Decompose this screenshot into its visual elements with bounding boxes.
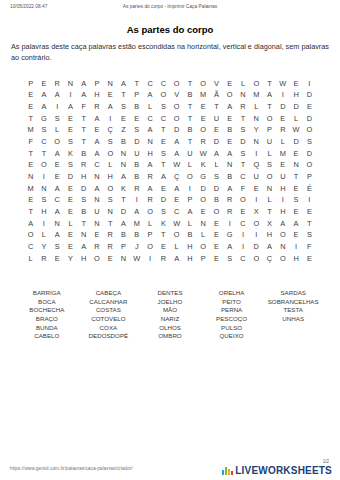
grid-cell[interactable]: A <box>77 241 90 253</box>
grid-cell[interactable]: T <box>263 77 276 89</box>
grid-cell[interactable]: M <box>197 89 210 101</box>
grid-cell[interactable]: E <box>90 229 103 241</box>
grid-cell[interactable]: E <box>276 112 289 124</box>
grid-cell[interactable]: D <box>236 136 249 148</box>
grid-cell[interactable]: L <box>183 159 196 171</box>
grid-cell[interactable]: C <box>236 171 249 183</box>
grid-cell[interactable]: L <box>37 229 50 241</box>
grid-cell[interactable]: A <box>37 89 50 101</box>
grid-cell[interactable]: S <box>51 241 64 253</box>
grid-cell[interactable]: P <box>117 241 130 253</box>
grid-cell[interactable]: O <box>250 217 263 229</box>
grid-cell[interactable]: A <box>143 124 156 136</box>
grid-cell[interactable]: Y <box>37 241 50 253</box>
grid-cell[interactable]: F <box>303 241 316 253</box>
grid-cell[interactable]: O <box>51 136 64 148</box>
grid-cell[interactable]: O <box>303 159 316 171</box>
grid-cell[interactable]: U <box>276 171 289 183</box>
grid-cell[interactable]: O <box>303 124 316 136</box>
grid-cell[interactable]: A <box>170 136 183 148</box>
grid-cell[interactable]: R <box>143 194 156 206</box>
grid-cell[interactable]: I <box>250 229 263 241</box>
grid-cell[interactable]: P <box>263 124 276 136</box>
grid-cell[interactable]: F <box>77 101 90 113</box>
grid-cell[interactable]: C <box>236 217 249 229</box>
grid-cell[interactable]: T <box>157 124 170 136</box>
grid-cell[interactable]: T <box>24 147 37 159</box>
grid-cell[interactable]: E <box>210 241 223 253</box>
grid-cell[interactable]: E <box>24 159 37 171</box>
grid-cell[interactable]: Q <box>250 159 263 171</box>
grid-cell[interactable]: R <box>90 241 103 253</box>
grid-cell[interactable]: E <box>210 252 223 264</box>
grid-cell[interactable]: A <box>143 159 156 171</box>
grid-cell[interactable]: T <box>24 112 37 124</box>
grid-cell[interactable]: H <box>143 147 156 159</box>
grid-cell[interactable]: C <box>90 159 103 171</box>
grid-cell[interactable]: A <box>51 182 64 194</box>
grid-cell[interactable]: Ç <box>104 124 117 136</box>
grid-cell[interactable]: W <box>130 252 143 264</box>
grid-cell[interactable]: D <box>170 124 183 136</box>
grid-cell[interactable]: B <box>223 124 236 136</box>
grid-cell[interactable]: A <box>37 101 50 113</box>
grid-cell[interactable]: S <box>51 112 64 124</box>
grid-cell[interactable]: S <box>104 136 117 148</box>
grid-cell[interactable]: A <box>90 112 103 124</box>
grid-cell[interactable]: L <box>197 229 210 241</box>
grid-cell[interactable]: S <box>37 124 50 136</box>
grid-cell[interactable]: A <box>210 147 223 159</box>
grid-cell[interactable]: A <box>170 252 183 264</box>
grid-cell[interactable]: T <box>77 217 90 229</box>
grid-cell[interactable]: E <box>223 77 236 89</box>
grid-cell[interactable]: S <box>130 124 143 136</box>
grid-cell[interactable]: L <box>51 124 64 136</box>
grid-cell[interactable]: D <box>210 136 223 148</box>
grid-cell[interactable]: S <box>223 252 236 264</box>
grid-cell[interactable]: E <box>197 112 210 124</box>
grid-cell[interactable]: C <box>157 112 170 124</box>
grid-cell[interactable]: L <box>210 159 223 171</box>
grid-cell[interactable]: O <box>236 194 249 206</box>
grid-cell[interactable]: I <box>303 194 316 206</box>
grid-cell[interactable]: R <box>37 252 50 264</box>
grid-cell[interactable]: U <box>183 147 196 159</box>
grid-cell[interactable]: M <box>24 124 37 136</box>
grid-cell[interactable]: X <box>250 206 263 218</box>
grid-cell[interactable]: H <box>183 241 196 253</box>
grid-cell[interactable]: E <box>289 206 302 218</box>
grid-cell[interactable]: D <box>157 194 170 206</box>
grid-cell[interactable]: E <box>197 101 210 113</box>
grid-cell[interactable]: A <box>77 89 90 101</box>
grid-cell[interactable]: P <box>24 77 37 89</box>
grid-cell[interactable]: E <box>223 136 236 148</box>
grid-cell[interactable]: A <box>223 241 236 253</box>
grid-cell[interactable]: S <box>263 159 276 171</box>
grid-cell[interactable]: H <box>90 89 103 101</box>
grid-cell[interactable]: L <box>143 217 156 229</box>
grid-cell[interactable]: E <box>210 217 223 229</box>
grid-cell[interactable]: N <box>263 182 276 194</box>
grid-cell[interactable]: O <box>143 241 156 253</box>
grid-cell[interactable]: B <box>117 136 130 148</box>
grid-cell[interactable]: E <box>170 194 183 206</box>
grid-cell[interactable]: D <box>250 241 263 253</box>
grid-cell[interactable]: B <box>77 206 90 218</box>
grid-cell[interactable]: P <box>197 252 210 264</box>
grid-cell[interactable]: E <box>117 112 130 124</box>
grid-cell[interactable]: O <box>197 194 210 206</box>
grid-cell[interactable]: A <box>170 147 183 159</box>
grid-cell[interactable]: T <box>183 101 196 113</box>
grid-cell[interactable]: L <box>263 147 276 159</box>
grid-cell[interactable]: I <box>236 229 249 241</box>
grid-cell[interactable]: N <box>197 217 210 229</box>
grid-cell[interactable]: T <box>263 101 276 113</box>
grid-cell[interactable]: N <box>250 112 263 124</box>
grid-cell[interactable]: O <box>276 229 289 241</box>
grid-cell[interactable]: H <box>289 89 302 101</box>
grid-cell[interactable]: N <box>90 194 103 206</box>
grid-cell[interactable]: L <box>183 217 196 229</box>
grid-cell[interactable]: N <box>289 159 302 171</box>
grid-cell[interactable]: O <box>223 89 236 101</box>
grid-cell[interactable]: N <box>236 89 249 101</box>
grid-cell[interactable]: V <box>210 77 223 89</box>
grid-cell[interactable]: B <box>117 229 130 241</box>
grid-cell[interactable]: E <box>64 112 77 124</box>
grid-cell[interactable]: E <box>303 101 316 113</box>
grid-cell[interactable]: O <box>250 252 263 264</box>
grid-cell[interactable]: N <box>90 217 103 229</box>
grid-cell[interactable]: E <box>289 147 302 159</box>
grid-cell[interactable]: A <box>90 136 103 148</box>
grid-cell[interactable]: T <box>37 147 50 159</box>
grid-cell[interactable]: T <box>236 112 249 124</box>
grid-cell[interactable]: K <box>157 217 170 229</box>
grid-cell[interactable]: O <box>210 206 223 218</box>
grid-cell[interactable]: E <box>51 252 64 264</box>
grid-cell[interactable]: A <box>117 77 130 89</box>
grid-cell[interactable]: O <box>197 241 210 253</box>
grid-cell[interactable]: R <box>130 182 143 194</box>
grid-cell[interactable]: L <box>143 101 156 113</box>
grid-cell[interactable]: I <box>143 252 156 264</box>
grid-cell[interactable]: B <box>77 147 90 159</box>
grid-cell[interactable]: E <box>303 252 316 264</box>
grid-cell[interactable]: U <box>210 112 223 124</box>
grid-cell[interactable]: E <box>64 241 77 253</box>
grid-cell[interactable]: B <box>223 171 236 183</box>
grid-cell[interactable]: S <box>289 194 302 206</box>
grid-cell[interactable]: A <box>24 217 37 229</box>
grid-cell[interactable]: R <box>197 136 210 148</box>
grid-cell[interactable]: T <box>77 136 90 148</box>
grid-cell[interactable]: D <box>303 147 316 159</box>
grid-cell[interactable]: E <box>64 229 77 241</box>
grid-cell[interactable]: I <box>303 77 316 89</box>
grid-cell[interactable]: L <box>276 136 289 148</box>
grid-cell[interactable]: S <box>236 147 249 159</box>
grid-cell[interactable]: V <box>170 89 183 101</box>
grid-cell[interactable]: T <box>183 112 196 124</box>
grid-cell[interactable]: E <box>104 252 117 264</box>
grid-cell[interactable]: O <box>90 252 103 264</box>
grid-cell[interactable]: I <box>223 217 236 229</box>
grid-cell[interactable]: H <box>276 206 289 218</box>
grid-cell[interactable]: L <box>64 217 77 229</box>
grid-cell[interactable]: N <box>90 171 103 183</box>
grid-cell[interactable]: D <box>77 182 90 194</box>
grid-cell[interactable]: D <box>289 136 302 148</box>
grid-cell[interactable]: I <box>104 112 117 124</box>
grid-cell[interactable]: E <box>236 206 249 218</box>
grid-cell[interactable]: F <box>24 136 37 148</box>
grid-cell[interactable]: P <box>130 89 143 101</box>
grid-cell[interactable]: F <box>236 182 249 194</box>
grid-cell[interactable]: T <box>130 77 143 89</box>
grid-cell[interactable]: N <box>223 159 236 171</box>
grid-cell[interactable]: T <box>104 217 117 229</box>
grid-cell[interactable]: T <box>183 136 196 148</box>
grid-cell[interactable]: B <box>130 171 143 183</box>
grid-cell[interactable]: M <box>276 147 289 159</box>
grid-cell[interactable]: A <box>117 217 130 229</box>
grid-cell[interactable]: T <box>289 171 302 183</box>
grid-cell[interactable]: E <box>276 159 289 171</box>
grid-cell[interactable]: R <box>157 252 170 264</box>
grid-cell[interactable]: H <box>289 252 302 264</box>
grid-cell[interactable]: A <box>117 171 130 183</box>
grid-cell[interactable]: L <box>263 194 276 206</box>
grid-cell[interactable]: N <box>117 147 130 159</box>
grid-cell[interactable]: N <box>51 217 64 229</box>
grid-cell[interactable]: S <box>64 136 77 148</box>
grid-cell[interactable]: T <box>77 124 90 136</box>
grid-cell[interactable]: O <box>197 124 210 136</box>
grid-cell[interactable]: O <box>104 182 117 194</box>
grid-cell[interactable]: O <box>263 171 276 183</box>
grid-cell[interactable]: E <box>64 206 77 218</box>
grid-cell[interactable]: É <box>303 182 316 194</box>
grid-cell[interactable]: C <box>143 77 156 89</box>
grid-cell[interactable]: R <box>77 159 90 171</box>
grid-cell[interactable]: R <box>236 101 249 113</box>
grid-cell[interactable]: U <box>263 136 276 148</box>
grid-cell[interactable]: S <box>37 194 50 206</box>
grid-cell[interactable]: U <box>90 206 103 218</box>
grid-cell[interactable]: O <box>170 101 183 113</box>
grid-cell[interactable]: E <box>250 182 263 194</box>
grid-cell[interactable]: O <box>183 171 196 183</box>
grid-cell[interactable]: D <box>303 89 316 101</box>
grid-cell[interactable]: M <box>24 182 37 194</box>
grid-cell[interactable]: L <box>104 159 117 171</box>
grid-cell[interactable]: O <box>263 112 276 124</box>
grid-cell[interactable]: R <box>90 101 103 113</box>
grid-cell[interactable]: D <box>289 101 302 113</box>
grid-cell[interactable]: A <box>104 101 117 113</box>
grid-cell[interactable]: E <box>197 206 210 218</box>
grid-cell[interactable]: S <box>303 229 316 241</box>
grid-cell[interactable]: H <box>183 252 196 264</box>
grid-cell[interactable]: P <box>303 171 316 183</box>
grid-cell[interactable]: N <box>117 159 130 171</box>
grid-cell[interactable]: G <box>37 112 50 124</box>
grid-cell[interactable]: E <box>157 136 170 148</box>
grid-cell[interactable]: D <box>130 136 143 148</box>
grid-cell[interactable]: A <box>51 229 64 241</box>
grid-cell[interactable]: L <box>236 77 249 89</box>
grid-cell[interactable]: T <box>24 206 37 218</box>
grid-cell[interactable]: E <box>37 77 50 89</box>
grid-cell[interactable]: N <box>276 241 289 253</box>
grid-cell[interactable]: N <box>250 136 263 148</box>
grid-cell[interactable]: I <box>276 89 289 101</box>
grid-cell[interactable]: L <box>170 241 183 253</box>
grid-cell[interactable]: R <box>223 206 236 218</box>
grid-cell[interactable]: E <box>104 89 117 101</box>
grid-cell[interactable]: E <box>210 229 223 241</box>
grid-cell[interactable]: E <box>24 194 37 206</box>
grid-cell[interactable]: A <box>51 89 64 101</box>
grid-cell[interactable]: A <box>90 182 103 194</box>
grid-cell[interactable]: B <box>183 229 196 241</box>
grid-cell[interactable]: Ç <box>263 252 276 264</box>
grid-cell[interactable]: A <box>64 101 77 113</box>
grid-cell[interactable]: R <box>276 124 289 136</box>
grid-cell[interactable]: B <box>210 194 223 206</box>
grid-cell[interactable]: R <box>143 171 156 183</box>
grid-cell[interactable]: A <box>223 101 236 113</box>
grid-cell[interactable]: E <box>64 194 77 206</box>
grid-cell[interactable]: C <box>24 241 37 253</box>
grid-cell[interactable]: L <box>250 101 263 113</box>
grid-cell[interactable]: O <box>37 159 50 171</box>
grid-cell[interactable]: O <box>170 112 183 124</box>
grid-cell[interactable]: N <box>37 182 50 194</box>
grid-cell[interactable]: Y <box>64 252 77 264</box>
grid-cell[interactable]: N <box>64 77 77 89</box>
grid-cell[interactable]: S <box>236 124 249 136</box>
grid-cell[interactable]: B <box>183 124 196 136</box>
grid-cell[interactable]: C <box>157 77 170 89</box>
grid-cell[interactable]: I <box>250 194 263 206</box>
grid-cell[interactable]: I <box>130 194 143 206</box>
grid-cell[interactable]: N <box>104 77 117 89</box>
grid-cell[interactable]: I <box>276 194 289 206</box>
grid-cell[interactable]: I <box>236 241 249 253</box>
grid-cell[interactable]: E <box>157 241 170 253</box>
grid-cell[interactable]: N <box>24 171 37 183</box>
grid-cell[interactable]: R <box>104 229 117 241</box>
grid-cell[interactable]: E <box>24 89 37 101</box>
grid-cell[interactable]: T <box>303 217 316 229</box>
grid-cell[interactable]: E <box>223 112 236 124</box>
grid-cell[interactable]: W <box>170 159 183 171</box>
grid-cell[interactable]: O <box>157 89 170 101</box>
grid-cell[interactable]: S <box>117 101 130 113</box>
grid-cell[interactable]: N <box>104 206 117 218</box>
grid-cell[interactable]: E <box>289 229 302 241</box>
grid-cell[interactable]: O <box>276 252 289 264</box>
grid-cell[interactable]: O <box>24 229 37 241</box>
grid-cell[interactable]: A <box>276 217 289 229</box>
grid-cell[interactable]: E <box>210 124 223 136</box>
grid-cell[interactable]: C <box>236 252 249 264</box>
grid-cell[interactable]: T <box>236 159 249 171</box>
grid-cell[interactable]: O <box>250 77 263 89</box>
grid-cell[interactable]: G <box>223 229 236 241</box>
grid-cell[interactable]: B <box>130 101 143 113</box>
grid-cell[interactable]: O <box>143 206 156 218</box>
grid-cell[interactable]: K <box>117 182 130 194</box>
grid-cell[interactable]: R <box>51 77 64 89</box>
grid-cell[interactable]: G <box>197 171 210 183</box>
grid-cell[interactable]: I <box>37 171 50 183</box>
grid-cell[interactable]: H <box>77 252 90 264</box>
grid-cell[interactable]: N <box>77 229 90 241</box>
grid-cell[interactable]: A <box>51 206 64 218</box>
grid-cell[interactable]: D <box>64 171 77 183</box>
grid-cell[interactable]: O <box>170 77 183 89</box>
grid-cell[interactable]: W <box>197 147 210 159</box>
grid-cell[interactable]: I <box>289 241 302 253</box>
grid-cell[interactable]: E <box>51 171 64 183</box>
grid-cell[interactable]: A <box>90 147 103 159</box>
grid-cell[interactable]: N <box>143 136 156 148</box>
grid-cell[interactable]: M <box>250 89 263 101</box>
grid-cell[interactable]: J <box>130 241 143 253</box>
grid-cell[interactable]: E <box>90 124 103 136</box>
grid-cell[interactable]: T <box>157 159 170 171</box>
grid-cell[interactable]: T <box>117 194 130 206</box>
grid-cell[interactable]: W <box>289 124 302 136</box>
grid-cell[interactable]: R <box>104 241 117 253</box>
grid-cell[interactable]: E <box>157 182 170 194</box>
grid-cell[interactable]: P <box>183 194 196 206</box>
grid-cell[interactable]: T <box>183 77 196 89</box>
grid-cell[interactable]: A <box>183 206 196 218</box>
grid-cell[interactable]: D <box>117 206 130 218</box>
grid-cell[interactable]: I <box>183 182 196 194</box>
grid-cell[interactable]: R <box>223 194 236 206</box>
grid-cell[interactable]: A <box>289 217 302 229</box>
grid-cell[interactable]: W <box>170 217 183 229</box>
grid-cell[interactable]: D <box>210 182 223 194</box>
grid-cell[interactable]: I <box>250 147 263 159</box>
grid-cell[interactable]: M <box>130 217 143 229</box>
grid-cell[interactable]: E <box>303 206 316 218</box>
grid-cell[interactable]: Ã <box>210 89 223 101</box>
grid-cell[interactable]: A <box>223 147 236 159</box>
grid-cell[interactable]: I <box>37 217 50 229</box>
grid-cell[interactable]: E <box>24 101 37 113</box>
grid-cell[interactable]: A <box>223 182 236 194</box>
grid-cell[interactable]: S <box>64 159 77 171</box>
grid-cell[interactable]: E <box>130 112 143 124</box>
grid-cell[interactable]: H <box>276 182 289 194</box>
grid-cell[interactable]: S <box>210 171 223 183</box>
grid-cell[interactable]: P <box>143 229 156 241</box>
grid-cell[interactable]: A <box>263 241 276 253</box>
grid-cell[interactable]: T <box>77 112 90 124</box>
grid-cell[interactable]: O <box>197 77 210 89</box>
grid-cell[interactable]: D <box>197 182 210 194</box>
grid-cell[interactable]: I <box>64 89 77 101</box>
